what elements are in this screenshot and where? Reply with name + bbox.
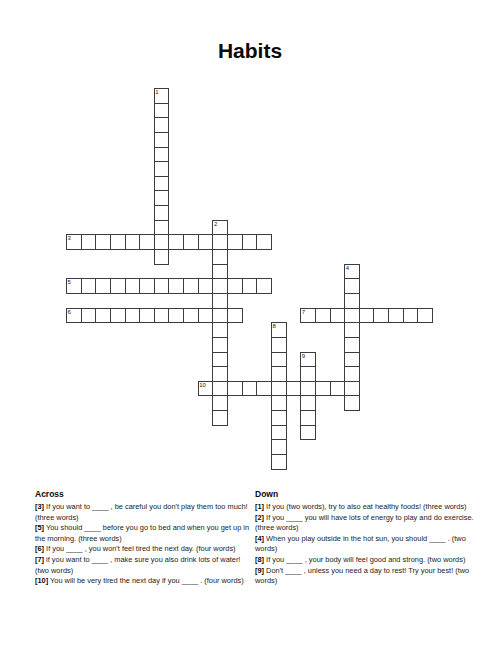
clue-text: If you (two words), try to also eat heal… xyxy=(266,502,466,511)
grid-cell xyxy=(212,337,228,353)
grid-cell xyxy=(344,308,360,324)
grid-cell xyxy=(227,278,243,294)
clue-text: If you want to ____ , be careful you don… xyxy=(35,502,248,522)
grid-cell xyxy=(256,234,272,250)
grid-cell xyxy=(95,308,111,324)
clue-number: [8] xyxy=(255,555,264,564)
grid-cell xyxy=(154,249,170,265)
clue-item: [7] if you want to ____ , make sure you … xyxy=(35,555,253,576)
crossword-grid: 12345678910 xyxy=(66,88,434,470)
clue-item: [10] You will be very tired the next day… xyxy=(35,576,253,587)
grid-cell xyxy=(300,395,316,411)
grid-cell xyxy=(286,381,302,397)
grid-cell xyxy=(300,425,316,441)
grid-cell xyxy=(154,190,170,206)
clue-item: [5] You should ____ before you go to bed… xyxy=(35,523,253,544)
grid-cell xyxy=(315,381,331,397)
grid-cell xyxy=(212,278,228,294)
grid-cell xyxy=(139,278,155,294)
clue-number-label: 6 xyxy=(68,309,71,315)
grid-cell xyxy=(198,278,214,294)
grid-cell xyxy=(256,381,272,397)
grid-cell xyxy=(139,234,155,250)
grid-cell xyxy=(344,322,360,338)
grid-cell xyxy=(344,278,360,294)
grid-cell xyxy=(154,161,170,177)
grid-cell xyxy=(168,308,184,324)
clue-item: [4] When you play outside in the hot sun… xyxy=(255,534,477,555)
grid-cell xyxy=(315,308,331,324)
grid-cell xyxy=(271,410,287,426)
clue-text: You should ____ before you go to bed and… xyxy=(35,523,249,543)
across-clue-list: [3] If you want to ____ , be careful you… xyxy=(35,502,253,587)
down-clues-column: Down [1] If you (two words), try to also… xyxy=(255,489,477,587)
clue-number: [3] xyxy=(35,502,44,511)
grid-cell xyxy=(359,308,375,324)
grid-cell xyxy=(154,147,170,163)
puzzle-title: Habits xyxy=(0,40,500,61)
grid-cell xyxy=(154,278,170,294)
grid-cell xyxy=(242,234,258,250)
grid-cell xyxy=(154,220,170,236)
grid-cell xyxy=(271,381,287,397)
grid-cell xyxy=(373,308,389,324)
grid-cell xyxy=(271,352,287,368)
grid-cell xyxy=(110,308,126,324)
grid-cell xyxy=(212,352,228,368)
grid-cell xyxy=(403,308,419,324)
across-clues-column: Across [3] If you want to ____ , be care… xyxy=(35,489,253,587)
clue-number: [5] xyxy=(35,523,44,532)
grid-cell xyxy=(344,293,360,309)
clue-item: [8] If you ____ , your body will feel go… xyxy=(255,555,477,566)
grid-cell xyxy=(271,454,287,470)
grid-cell xyxy=(242,278,258,294)
grid-cell xyxy=(344,337,360,353)
grid-cell xyxy=(227,381,243,397)
grid-cell xyxy=(212,381,228,397)
grid-cell xyxy=(139,308,155,324)
down-header: Down xyxy=(255,489,477,500)
clue-number-label: 1 xyxy=(155,89,158,95)
grid-cell xyxy=(256,278,272,294)
clue-item: [1] If you (two words), try to also eat … xyxy=(255,502,477,513)
grid-cell xyxy=(81,278,97,294)
clue-item: [6] If you ____ , you won't feel tired t… xyxy=(35,544,253,555)
clue-number: [1] xyxy=(255,502,264,511)
grid-cell xyxy=(95,234,111,250)
clue-text: If you ____ , your body will feel good a… xyxy=(266,555,465,564)
clue-text: You will be very tired the next day if y… xyxy=(50,576,244,585)
clue-text: When you play outside in the hot sun, yo… xyxy=(255,534,466,554)
clue-text: If you ____ , you won't feel tired the n… xyxy=(46,544,235,553)
clue-text: If you ____ you will have lots of energy… xyxy=(255,513,474,533)
grid-cell xyxy=(198,308,214,324)
grid-cell xyxy=(212,395,228,411)
grid-cell xyxy=(212,264,228,280)
grid-cell xyxy=(154,176,170,192)
grid-cell xyxy=(154,308,170,324)
grid-cell xyxy=(154,205,170,221)
clue-number-label: 7 xyxy=(302,309,305,315)
grid-cell xyxy=(198,234,214,250)
grid-cell xyxy=(344,381,360,397)
grid-cell xyxy=(300,381,316,397)
grid-cell xyxy=(271,337,287,353)
grid-cell xyxy=(154,103,170,119)
clue-number: [10] xyxy=(35,576,48,585)
clue-number: [4] xyxy=(255,534,264,543)
grid-cell xyxy=(344,352,360,368)
clue-number: [9] xyxy=(255,566,264,575)
grid-cell xyxy=(242,381,258,397)
grid-cell xyxy=(168,278,184,294)
grid-cell xyxy=(212,293,228,309)
grid-cell xyxy=(417,308,433,324)
grid-cell xyxy=(183,278,199,294)
grid-cell xyxy=(330,381,346,397)
grid-cell xyxy=(183,308,199,324)
grid-cell xyxy=(212,308,228,324)
grid-cell xyxy=(271,425,287,441)
grid-cell xyxy=(227,234,243,250)
clue-number-label: 10 xyxy=(199,382,206,388)
grid-cell xyxy=(300,410,316,426)
clue-number: [7] xyxy=(35,555,44,564)
grid-cell xyxy=(227,308,243,324)
grid-cell xyxy=(212,249,228,265)
grid-cell xyxy=(212,410,228,426)
clue-number-label: 4 xyxy=(346,265,349,271)
clue-item: [3] If you want to ____ , be careful you… xyxy=(35,502,253,523)
grid-cell xyxy=(183,234,199,250)
grid-cell xyxy=(125,308,141,324)
grid-cell xyxy=(388,308,404,324)
clue-number-label: 3 xyxy=(68,235,71,241)
grid-cell xyxy=(81,308,97,324)
clue-number-label: 5 xyxy=(68,279,71,285)
clue-item: [9] Don't ____ , unless you need a day t… xyxy=(255,566,477,587)
grid-cell xyxy=(81,234,97,250)
grid-cell xyxy=(212,366,228,382)
clue-item: [2] If you ____ you will have lots of en… xyxy=(255,513,477,534)
clue-text: Don't ____ , unless you need a day to re… xyxy=(255,566,469,586)
grid-cell xyxy=(95,278,111,294)
grid-cell xyxy=(154,234,170,250)
clue-number-label: 8 xyxy=(272,323,275,329)
grid-cell xyxy=(110,278,126,294)
grid-cell xyxy=(300,366,316,382)
clue-number: [2] xyxy=(255,513,264,522)
grid-cell xyxy=(154,117,170,133)
grid-cell xyxy=(212,234,228,250)
clue-text: if you want to ____ , make sure you also… xyxy=(35,555,240,575)
grid-cell xyxy=(344,366,360,382)
grid-cell xyxy=(110,234,126,250)
crossword-page: Habits 12345678910 Across [3] If you wan… xyxy=(0,0,500,647)
down-clue-list: [1] If you (two words), try to also eat … xyxy=(255,502,477,587)
grid-cell xyxy=(125,278,141,294)
across-header: Across xyxy=(35,489,253,500)
grid-cell xyxy=(168,234,184,250)
grid-cell xyxy=(330,308,346,324)
clue-number-label: 9 xyxy=(302,353,305,359)
clue-number-label: 2 xyxy=(214,221,217,227)
grid-cell xyxy=(271,366,287,382)
grid-cell xyxy=(271,439,287,455)
grid-cell xyxy=(125,234,141,250)
grid-cell xyxy=(154,132,170,148)
grid-cell xyxy=(344,395,360,411)
clue-number: [6] xyxy=(35,544,44,553)
grid-cell xyxy=(212,322,228,338)
grid-cell xyxy=(271,395,287,411)
